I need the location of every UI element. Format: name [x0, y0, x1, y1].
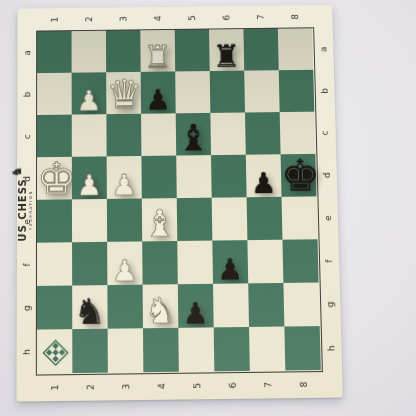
square-e2[interactable]	[72, 199, 107, 242]
square-e4[interactable]: ♝	[142, 198, 177, 241]
square-h2[interactable]	[72, 329, 108, 373]
square-b3[interactable]: ♛	[106, 72, 141, 114]
coord-label-right-file-a: a	[312, 28, 334, 70]
chess-board: ♞ US CHESS FEDERATION 12345678a♜♜ab♟♛♟bc…	[16, 5, 342, 402]
piece-white-pawn-d2[interactable]: ♟	[72, 171, 107, 200]
coord-label-top-rank-8: 8	[277, 5, 312, 28]
square-c1[interactable]	[37, 115, 72, 158]
square-d2[interactable]: ♟	[72, 156, 107, 199]
square-c6[interactable]	[210, 112, 245, 155]
coord-label-left-file-d: d	[17, 157, 37, 200]
piece-white-rook-a4[interactable]: ♜	[140, 41, 175, 72]
board-margin-corner	[17, 8, 37, 31]
coord-label-right-file-h: h	[320, 326, 342, 370]
coord-label-left-file-f: f	[17, 243, 37, 287]
piece-black-pawn-b4[interactable]: ♟	[141, 86, 176, 115]
coord-label-top-rank-5: 5	[174, 6, 209, 29]
square-a2[interactable]	[72, 31, 107, 73]
coord-label-top-rank-3: 3	[106, 7, 141, 30]
square-c2[interactable]	[72, 114, 107, 157]
square-g6[interactable]	[213, 283, 249, 327]
square-b2[interactable]: ♟	[72, 72, 107, 114]
piece-white-queen-b3[interactable]: ♛	[106, 75, 141, 115]
square-c4[interactable]	[141, 113, 176, 156]
square-a3[interactable]	[106, 30, 141, 72]
square-f5[interactable]	[177, 241, 213, 285]
board-margin-corner	[312, 5, 333, 28]
coord-label-right-file-b: b	[313, 70, 335, 112]
square-b4[interactable]: ♟	[141, 71, 176, 113]
square-a6[interactable]: ♜	[209, 29, 244, 71]
square-a5[interactable]	[175, 29, 210, 71]
piece-white-pawn-d3[interactable]: ♟	[107, 171, 142, 200]
coord-label-left-file-b: b	[17, 73, 37, 115]
coord-label-top-rank-2: 2	[71, 8, 105, 31]
square-h8[interactable]	[284, 326, 320, 370]
square-f1[interactable]	[37, 242, 72, 286]
coord-label-bottom-rank-6: 6	[214, 371, 250, 399]
square-d7[interactable]: ♟	[246, 154, 282, 197]
square-b6[interactable]	[210, 71, 245, 113]
square-d4[interactable]	[141, 156, 176, 199]
square-b8[interactable]	[279, 70, 315, 112]
square-d3[interactable]: ♟	[107, 156, 142, 199]
square-e7[interactable]	[247, 197, 283, 240]
board-margin-corner	[321, 370, 343, 398]
square-f3[interactable]: ♟	[107, 241, 142, 285]
square-h5[interactable]	[178, 327, 214, 371]
square-g3[interactable]	[107, 285, 143, 329]
square-a7[interactable]	[243, 29, 278, 71]
piece-black-pawn-g5[interactable]: ♟	[178, 299, 214, 329]
coord-label-bottom-rank-8: 8	[285, 370, 321, 398]
piece-black-king-d8[interactable]: ♚	[281, 154, 317, 198]
piece-black-knight-g2[interactable]: ♞	[72, 294, 107, 330]
square-d6[interactable]	[211, 155, 247, 198]
square-g1[interactable]	[37, 286, 72, 330]
piece-white-knight-g4[interactable]: ♞	[143, 293, 179, 329]
coord-label-top-rank-7: 7	[243, 6, 278, 29]
square-c7[interactable]	[245, 112, 281, 155]
square-h4[interactable]	[143, 328, 179, 372]
square-f4[interactable]	[142, 241, 178, 285]
square-a4[interactable]: ♜	[140, 30, 175, 72]
piece-black-pawn-d7[interactable]: ♟	[246, 169, 281, 198]
coord-label-right-file-f: f	[318, 239, 340, 282]
square-c8[interactable]	[280, 112, 316, 155]
coord-label-left-file-c: c	[17, 115, 37, 157]
coord-label-bottom-rank-7: 7	[250, 370, 286, 398]
square-b7[interactable]	[244, 70, 279, 112]
coord-label-right-file-e: e	[316, 196, 338, 239]
square-g5[interactable]: ♟	[178, 284, 214, 328]
piece-black-rook-a6[interactable]: ♜	[209, 41, 244, 72]
square-g2[interactable]: ♞	[72, 285, 107, 329]
coord-label-bottom-rank-5: 5	[179, 371, 215, 399]
coord-label-bottom-rank-1: 1	[37, 373, 73, 401]
square-h1[interactable]	[37, 329, 73, 373]
square-h7[interactable]	[249, 327, 285, 371]
piece-white-pawn-f3[interactable]: ♟	[107, 256, 142, 286]
coord-label-left-file-g: g	[17, 286, 37, 330]
coord-label-top-rank-6: 6	[209, 6, 244, 29]
coord-label-left-file-h: h	[17, 330, 37, 374]
square-g7[interactable]	[248, 283, 284, 327]
square-d1[interactable]: ♚	[37, 157, 72, 200]
coord-label-bottom-rank-2: 2	[72, 373, 108, 401]
square-a1[interactable]	[37, 31, 72, 73]
square-f7[interactable]	[247, 240, 283, 284]
board-margin-corner	[16, 374, 36, 402]
square-h6[interactable]	[214, 327, 250, 371]
coord-label-left-file-a: a	[17, 32, 37, 74]
piece-black-pawn-f6[interactable]: ♟	[213, 255, 249, 285]
coord-label-right-file-g: g	[319, 282, 341, 326]
square-d8[interactable]: ♚	[281, 154, 317, 197]
piece-white-pawn-b2[interactable]: ♟	[72, 87, 107, 116]
coord-label-left-file-e: e	[17, 200, 37, 243]
square-f8[interactable]	[282, 239, 318, 283]
square-f2[interactable]	[72, 242, 107, 286]
square-g4[interactable]: ♞	[143, 284, 179, 328]
square-e1[interactable]	[37, 199, 72, 242]
square-b5[interactable]	[175, 71, 210, 113]
piece-white-king-d1[interactable]: ♚	[37, 157, 72, 201]
coord-label-bottom-rank-3: 3	[108, 372, 144, 400]
coord-label-right-file-c: c	[314, 111, 336, 153]
piece-black-bishop-c5[interactable]: ♝	[176, 120, 211, 157]
square-g8[interactable]	[283, 283, 319, 327]
table-surface: ♞ US CHESS FEDERATION 12345678a♜♜ab♟♛♟bc…	[0, 0, 416, 416]
square-e5[interactable]	[177, 198, 213, 241]
square-f6[interactable]: ♟	[212, 240, 248, 284]
piece-white-bishop-e4[interactable]: ♝	[142, 205, 177, 242]
square-e3[interactable]	[107, 199, 142, 242]
coord-label-top-rank-4: 4	[140, 7, 175, 30]
square-d5[interactable]	[176, 155, 211, 198]
coord-label-bottom-rank-4: 4	[143, 372, 179, 400]
square-b1[interactable]	[37, 73, 72, 115]
coord-label-top-rank-1: 1	[37, 8, 71, 31]
square-c3[interactable]	[106, 114, 141, 157]
square-e8[interactable]	[282, 196, 318, 239]
square-e6[interactable]	[212, 197, 248, 240]
square-h3[interactable]	[108, 328, 144, 372]
square-a8[interactable]	[278, 28, 313, 70]
square-c5[interactable]: ♝	[176, 113, 211, 156]
